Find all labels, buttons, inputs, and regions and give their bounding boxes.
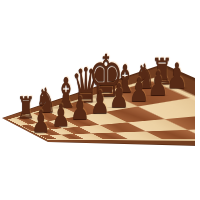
piece-dark-pawn-h7: ♟ — [161, 59, 192, 94]
pieces-layer: ♜♞♝♛♚♝♞♜♟♟♟♟♟♟♟♟ — [0, 0, 200, 200]
piece-glyph-pawn: ♟ — [166, 59, 187, 94]
chess-set-product-photo: ♜♞♝♛♚♝♞♜♟♟♟♟♟♟♟♟ — [0, 0, 200, 200]
